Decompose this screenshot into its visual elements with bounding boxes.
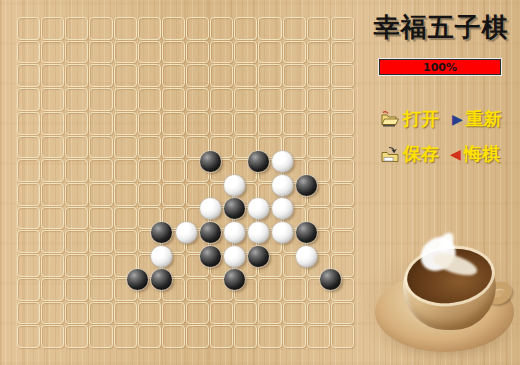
- grid-cell: [17, 112, 40, 135]
- grid-cell: [331, 230, 354, 253]
- grid-cell: [17, 302, 40, 325]
- progress-label: 100%: [380, 60, 500, 74]
- grid-cell: [89, 183, 112, 206]
- grid-cell: [17, 325, 40, 348]
- grid-cell: [307, 112, 330, 135]
- grid-cell: [138, 302, 161, 325]
- grid-cell: [65, 230, 88, 253]
- grid-cell: [41, 325, 64, 348]
- grid-cell: [283, 325, 306, 348]
- undo-button-label: 悔棋: [464, 142, 500, 166]
- grid-cell: [186, 88, 209, 111]
- grid-cell: [186, 41, 209, 64]
- white-stone: [224, 246, 245, 267]
- grid-cell: [138, 41, 161, 64]
- grid-cell: [331, 302, 354, 325]
- grid-cell: [65, 64, 88, 87]
- grid-cell: [114, 88, 137, 111]
- grid-cell: [17, 183, 40, 206]
- white-stone: [272, 175, 293, 196]
- grid-cell: [283, 88, 306, 111]
- black-stone: [224, 198, 245, 219]
- grid-cell: [307, 41, 330, 64]
- white-stone: [296, 246, 317, 267]
- grid-cell: [138, 17, 161, 40]
- grid-cell: [210, 41, 233, 64]
- grid-cell: [162, 112, 185, 135]
- white-stone: [224, 222, 245, 243]
- black-stone: [296, 175, 317, 196]
- grid-cell: [331, 41, 354, 64]
- grid-cell: [331, 88, 354, 111]
- grid-cell: [283, 302, 306, 325]
- grid-cell: [65, 41, 88, 64]
- grid-cell: [89, 159, 112, 182]
- grid-cell: [331, 207, 354, 230]
- grid-cell: [89, 254, 112, 277]
- grid-cell: [65, 136, 88, 159]
- grid-cell: [17, 207, 40, 230]
- grid-cell: [41, 207, 64, 230]
- grid-cell: [89, 136, 112, 159]
- grid-cell: [234, 64, 257, 87]
- grid-cell: [210, 88, 233, 111]
- grid-cell: [258, 64, 281, 87]
- grid-cell: [307, 136, 330, 159]
- app-title: 幸福五子棋: [366, 10, 516, 45]
- grid-cell: [41, 136, 64, 159]
- black-stone: [200, 222, 221, 243]
- grid-cell: [138, 159, 161, 182]
- white-stone: [151, 246, 172, 267]
- grid-cell: [210, 64, 233, 87]
- grid-cell: [186, 302, 209, 325]
- grid-cell: [114, 64, 137, 87]
- grid-cell: [162, 88, 185, 111]
- white-stone: [224, 175, 245, 196]
- white-stone: [272, 222, 293, 243]
- grid-cell: [283, 17, 306, 40]
- grid-cell: [307, 302, 330, 325]
- grid-cell: [65, 302, 88, 325]
- gomoku-board[interactable]: [17, 17, 354, 348]
- grid-cell: [210, 325, 233, 348]
- grid-cell: [234, 325, 257, 348]
- grid-cell: [89, 88, 112, 111]
- grid-cell: [258, 17, 281, 40]
- grid-cell: [138, 64, 161, 87]
- grid-cell: [258, 278, 281, 301]
- grid-cell: [162, 64, 185, 87]
- grid-cell: [41, 302, 64, 325]
- grid-cell: [114, 41, 137, 64]
- black-stone: [200, 246, 221, 267]
- grid-cell: [114, 159, 137, 182]
- grid-cell: [210, 302, 233, 325]
- grid-cell: [331, 17, 354, 40]
- gomoku-app-window: 幸福五子棋 100% 打开 ▶ 重新 保存 ◀ 悔棋: [0, 0, 520, 365]
- grid-cell: [17, 159, 40, 182]
- grid-cell: [331, 159, 354, 182]
- coffee-cup-photo: [370, 238, 520, 365]
- grid-cell: [331, 325, 354, 348]
- grid-cell: [89, 325, 112, 348]
- restart-button-label: 重新: [466, 107, 502, 131]
- grid-cell: [114, 183, 137, 206]
- grid-cell: [162, 159, 185, 182]
- grid-cell: [65, 88, 88, 111]
- white-stone: [248, 222, 269, 243]
- grid-cell: [162, 325, 185, 348]
- grid-cell: [258, 41, 281, 64]
- grid-cell: [89, 112, 112, 135]
- grid-cell: [258, 112, 281, 135]
- grid-cell: [234, 88, 257, 111]
- grid-cell: [138, 183, 161, 206]
- save-button-label: 保存: [403, 142, 439, 166]
- grid-cell: [283, 112, 306, 135]
- grid-cell: [331, 112, 354, 135]
- grid-cell: [65, 159, 88, 182]
- grid-cell: [17, 64, 40, 87]
- grid-cell: [89, 230, 112, 253]
- grid-cell: [17, 254, 40, 277]
- grid-cell: [65, 17, 88, 40]
- grid-cell: [65, 254, 88, 277]
- black-stone: [248, 151, 269, 172]
- grid-cell: [17, 278, 40, 301]
- grid-cell: [41, 159, 64, 182]
- grid-cell: [41, 183, 64, 206]
- grid-cell: [307, 64, 330, 87]
- grid-cell: [17, 136, 40, 159]
- black-stone: [296, 222, 317, 243]
- grid-cell: [307, 88, 330, 111]
- grid-cell: [331, 136, 354, 159]
- white-stone: [176, 222, 197, 243]
- grid-cell: [41, 88, 64, 111]
- grid-cell: [41, 64, 64, 87]
- grid-cell: [89, 302, 112, 325]
- progress-track: 100%: [379, 59, 501, 75]
- grid-cell: [114, 325, 137, 348]
- grid-cell: [65, 325, 88, 348]
- white-stone: [272, 151, 293, 172]
- grid-cell: [331, 183, 354, 206]
- grid-cell: [89, 41, 112, 64]
- grid-cell: [17, 230, 40, 253]
- undo-button[interactable]: ◀ 悔棋: [450, 142, 500, 166]
- grid-cell: [41, 112, 64, 135]
- grid-cell: [234, 17, 257, 40]
- grid-cell: [210, 17, 233, 40]
- black-stone: [248, 246, 269, 267]
- grid-cell: [65, 112, 88, 135]
- grid-cell: [258, 325, 281, 348]
- grid-cell: [162, 17, 185, 40]
- grid-cell: [307, 325, 330, 348]
- progress-bar: 100%: [378, 58, 502, 76]
- grid-cell: [65, 183, 88, 206]
- grid-cell: [114, 230, 137, 253]
- grid-cell: [114, 136, 137, 159]
- grid-cell: [17, 17, 40, 40]
- grid-cell: [210, 112, 233, 135]
- open-folder-icon: [380, 111, 400, 128]
- grid-cell: [41, 41, 64, 64]
- grid-cell: [283, 41, 306, 64]
- grid-cell: [234, 41, 257, 64]
- grid-cell: [114, 112, 137, 135]
- grid-cell: [138, 136, 161, 159]
- white-stone: [248, 198, 269, 219]
- grid-cell: [89, 278, 112, 301]
- grid-cell: [17, 88, 40, 111]
- save-button[interactable]: 保存: [380, 142, 439, 166]
- grid-cell: [186, 278, 209, 301]
- grid-cell: [162, 41, 185, 64]
- grid-cell: [307, 17, 330, 40]
- save-folder-icon: [380, 146, 400, 163]
- white-stone: [200, 198, 221, 219]
- grid-cell: [258, 88, 281, 111]
- grid-cell: [283, 64, 306, 87]
- grid-cell: [65, 278, 88, 301]
- grid-cell: [41, 254, 64, 277]
- grid-cell: [162, 302, 185, 325]
- grid-cell: [186, 325, 209, 348]
- grid-cell: [17, 41, 40, 64]
- open-button[interactable]: 打开: [380, 107, 439, 131]
- grid-cell: [114, 302, 137, 325]
- grid-cell: [89, 17, 112, 40]
- grid-cell: [89, 207, 112, 230]
- black-stone: [224, 269, 245, 290]
- open-button-label: 打开: [403, 107, 439, 131]
- back-triangle-icon: ◀: [450, 147, 461, 161]
- grid-cell: [41, 230, 64, 253]
- grid-cell: [331, 64, 354, 87]
- grid-cell: [283, 278, 306, 301]
- grid-cell: [186, 17, 209, 40]
- grid-cell: [114, 17, 137, 40]
- grid-cell: [186, 64, 209, 87]
- grid-cell: [138, 88, 161, 111]
- black-stone: [200, 151, 221, 172]
- grid-cell: [89, 64, 112, 87]
- grid-cell: [162, 136, 185, 159]
- grid-cell: [65, 207, 88, 230]
- grid-cell: [258, 302, 281, 325]
- grid-cell: [114, 207, 137, 230]
- grid-cell: [138, 112, 161, 135]
- grid-cell: [186, 112, 209, 135]
- grid-cell: [234, 302, 257, 325]
- grid-cell: [41, 278, 64, 301]
- grid-cell: [41, 17, 64, 40]
- play-triangle-icon: ▶: [452, 112, 463, 126]
- grid-cell: [162, 183, 185, 206]
- grid-cell: [234, 112, 257, 135]
- restart-button[interactable]: ▶ 重新: [452, 107, 502, 131]
- grid-cell: [138, 325, 161, 348]
